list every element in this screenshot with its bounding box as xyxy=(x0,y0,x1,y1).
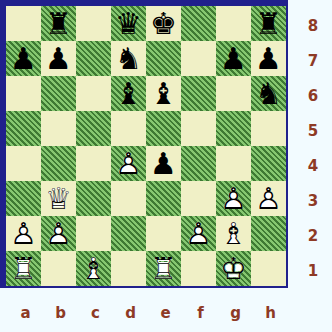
square-b8[interactable]: ♜ xyxy=(41,6,76,41)
square-g5[interactable] xyxy=(216,111,251,146)
square-c6[interactable] xyxy=(76,76,111,111)
square-g4[interactable] xyxy=(216,146,251,181)
piece-black-pawn-e4[interactable]: ♟ xyxy=(146,146,181,181)
rank-label-5: 5 xyxy=(296,113,330,148)
piece-glyph-outline: ♙ xyxy=(216,181,251,216)
square-f7[interactable] xyxy=(181,41,216,76)
file-label-f: f xyxy=(183,296,218,330)
square-f2[interactable]: ♟♙ xyxy=(181,216,216,251)
piece-glyph: ♜ xyxy=(251,6,286,41)
square-h6[interactable]: ♞ xyxy=(251,76,286,111)
square-e7[interactable] xyxy=(146,41,181,76)
square-b7[interactable]: ♟ xyxy=(41,41,76,76)
square-a3[interactable] xyxy=(6,181,41,216)
square-g3[interactable]: ♟♙ xyxy=(216,181,251,216)
square-g8[interactable] xyxy=(216,6,251,41)
rank-labels: 87654321 xyxy=(296,8,330,288)
square-b1[interactable] xyxy=(41,251,76,286)
piece-glyph: ♟ xyxy=(6,41,41,76)
square-e2[interactable] xyxy=(146,216,181,251)
piece-white-bishop-g2[interactable]: ♝♗ xyxy=(216,216,251,251)
piece-black-knight-d7[interactable]: ♞ xyxy=(111,41,146,76)
square-e5[interactable] xyxy=(146,111,181,146)
piece-glyph-outline: ♙ xyxy=(6,216,41,251)
file-label-a: a xyxy=(8,296,43,330)
piece-glyph: ♞ xyxy=(111,41,146,76)
piece-black-pawn-h7[interactable]: ♟ xyxy=(251,41,286,76)
square-g6[interactable] xyxy=(216,76,251,111)
square-a5[interactable] xyxy=(6,111,41,146)
piece-white-rook-e1[interactable]: ♜♖ xyxy=(146,251,181,286)
square-c7[interactable] xyxy=(76,41,111,76)
piece-glyph-outline: ♙ xyxy=(181,216,216,251)
rank-label-6: 6 xyxy=(296,78,330,113)
piece-white-pawn-d4[interactable]: ♟♙ xyxy=(111,146,146,181)
piece-glyph-outline: ♖ xyxy=(6,251,41,286)
square-h7[interactable]: ♟ xyxy=(251,41,286,76)
square-e1[interactable]: ♜♖ xyxy=(146,251,181,286)
piece-black-queen-d8[interactable]: ♛ xyxy=(111,6,146,41)
piece-glyph: ♚ xyxy=(146,6,181,41)
square-e8[interactable]: ♚ xyxy=(146,6,181,41)
rank-label-7: 7 xyxy=(296,43,330,78)
piece-white-pawn-a2[interactable]: ♟♙ xyxy=(6,216,41,251)
piece-white-pawn-h3[interactable]: ♟♙ xyxy=(251,181,286,216)
piece-white-pawn-g3[interactable]: ♟♙ xyxy=(216,181,251,216)
file-label-c: c xyxy=(78,296,113,330)
square-f1[interactable] xyxy=(181,251,216,286)
square-e4[interactable]: ♟ xyxy=(146,146,181,181)
rank-label-1: 1 xyxy=(296,253,330,288)
piece-black-rook-h8[interactable]: ♜ xyxy=(251,6,286,41)
square-h1[interactable] xyxy=(251,251,286,286)
square-d6[interactable]: ♝ xyxy=(111,76,146,111)
square-g2[interactable]: ♝♗ xyxy=(216,216,251,251)
square-a6[interactable] xyxy=(6,76,41,111)
square-f8[interactable] xyxy=(181,6,216,41)
square-c8[interactable] xyxy=(76,6,111,41)
square-d1[interactable] xyxy=(111,251,146,286)
piece-black-king-e8[interactable]: ♚ xyxy=(146,6,181,41)
piece-glyph: ♟ xyxy=(146,146,181,181)
piece-white-king-g1[interactable]: ♚♔ xyxy=(216,251,251,286)
piece-black-knight-h6[interactable]: ♞ xyxy=(251,76,286,111)
board-frame-outer: ♜♛♚♜♟♟♞♟♟♝♝♞♟♙♟♛♕♟♙♟♙♟♙♟♙♟♙♝♗♜♖♝♗♜♖♚♔ xyxy=(0,0,288,288)
piece-glyph: ♟ xyxy=(251,41,286,76)
square-b4[interactable] xyxy=(41,146,76,181)
file-label-b: b xyxy=(43,296,78,330)
piece-glyph: ♛ xyxy=(111,6,146,41)
square-h4[interactable] xyxy=(251,146,286,181)
rank-label-8: 8 xyxy=(296,8,330,43)
piece-glyph-outline: ♔ xyxy=(216,251,251,286)
rank-label-2: 2 xyxy=(296,218,330,253)
piece-glyph: ♝ xyxy=(111,76,146,111)
square-b2[interactable]: ♟♙ xyxy=(41,216,76,251)
piece-glyph-outline: ♙ xyxy=(111,146,146,181)
piece-black-bishop-d6[interactable]: ♝ xyxy=(111,76,146,111)
square-b6[interactable] xyxy=(41,76,76,111)
chess-board: ♜♛♚♜♟♟♞♟♟♝♝♞♟♙♟♛♕♟♙♟♙♟♙♟♙♟♙♝♗♜♖♝♗♜♖♚♔ xyxy=(4,4,288,288)
square-f3[interactable] xyxy=(181,181,216,216)
piece-glyph: ♟ xyxy=(216,41,251,76)
square-e6[interactable]: ♝ xyxy=(146,76,181,111)
piece-black-rook-b8[interactable]: ♜ xyxy=(41,6,76,41)
square-d8[interactable]: ♛ xyxy=(111,6,146,41)
square-h8[interactable]: ♜ xyxy=(251,6,286,41)
piece-white-bishop-c1[interactable]: ♝♗ xyxy=(76,251,111,286)
square-c1[interactable]: ♝♗ xyxy=(76,251,111,286)
piece-white-pawn-f2[interactable]: ♟♙ xyxy=(181,216,216,251)
square-e3[interactable] xyxy=(146,181,181,216)
piece-white-queen-b3[interactable]: ♛♕ xyxy=(41,181,76,216)
square-d2[interactable] xyxy=(111,216,146,251)
square-a4[interactable] xyxy=(6,146,41,181)
square-b5[interactable] xyxy=(41,111,76,146)
piece-glyph-outline: ♙ xyxy=(251,181,286,216)
square-h2[interactable] xyxy=(251,216,286,251)
piece-glyph-outline: ♙ xyxy=(41,216,76,251)
rank-label-4: 4 xyxy=(296,148,330,183)
file-label-g: g xyxy=(218,296,253,330)
piece-white-pawn-b2[interactable]: ♟♙ xyxy=(41,216,76,251)
square-a7[interactable]: ♟ xyxy=(6,41,41,76)
piece-black-bishop-e6[interactable]: ♝ xyxy=(146,76,181,111)
piece-glyph: ♞ xyxy=(251,76,286,111)
piece-glyph-outline: ♗ xyxy=(76,251,111,286)
square-g7[interactable]: ♟ xyxy=(216,41,251,76)
piece-glyph-outline: ♗ xyxy=(216,216,251,251)
rank-label-3: 3 xyxy=(296,183,330,218)
file-label-h: h xyxy=(253,296,288,330)
square-a1[interactable]: ♜♖ xyxy=(6,251,41,286)
square-f6[interactable] xyxy=(181,76,216,111)
piece-glyph: ♟ xyxy=(41,41,76,76)
file-label-d: d xyxy=(113,296,148,330)
square-c4[interactable] xyxy=(76,146,111,181)
square-c5[interactable] xyxy=(76,111,111,146)
square-h3[interactable]: ♟♙ xyxy=(251,181,286,216)
piece-black-pawn-b7[interactable]: ♟ xyxy=(41,41,76,76)
square-f4[interactable] xyxy=(181,146,216,181)
square-d5[interactable] xyxy=(111,111,146,146)
square-c3[interactable] xyxy=(76,181,111,216)
file-labels: abcdefgh xyxy=(8,296,288,330)
piece-glyph: ♝ xyxy=(146,76,181,111)
chess-diagram: ♜♛♚♜♟♟♞♟♟♝♝♞♟♙♟♛♕♟♙♟♙♟♙♟♙♟♙♝♗♜♖♝♗♜♖♚♔ 87… xyxy=(0,0,332,332)
square-g1[interactable]: ♚♔ xyxy=(216,251,251,286)
file-label-e: e xyxy=(148,296,183,330)
piece-black-pawn-a7[interactable]: ♟ xyxy=(6,41,41,76)
piece-glyph-outline: ♕ xyxy=(41,181,76,216)
square-d4[interactable]: ♟♙ xyxy=(111,146,146,181)
square-d7[interactable]: ♞ xyxy=(111,41,146,76)
square-c2[interactable] xyxy=(76,216,111,251)
piece-glyph-outline: ♖ xyxy=(146,251,181,286)
board-frame-gap: ♜♛♚♜♟♟♞♟♟♝♝♞♟♙♟♛♕♟♙♟♙♟♙♟♙♟♙♝♗♜♖♝♗♜♖♚♔ xyxy=(4,4,288,288)
square-a2[interactable]: ♟♙ xyxy=(6,216,41,251)
piece-black-pawn-g7[interactable]: ♟ xyxy=(216,41,251,76)
piece-white-rook-a1[interactable]: ♜♖ xyxy=(6,251,41,286)
square-d3[interactable] xyxy=(111,181,146,216)
piece-glyph: ♜ xyxy=(41,6,76,41)
square-a8[interactable] xyxy=(6,6,41,41)
square-f5[interactable] xyxy=(181,111,216,146)
square-b3[interactable]: ♛♕ xyxy=(41,181,76,216)
square-h5[interactable] xyxy=(251,111,286,146)
